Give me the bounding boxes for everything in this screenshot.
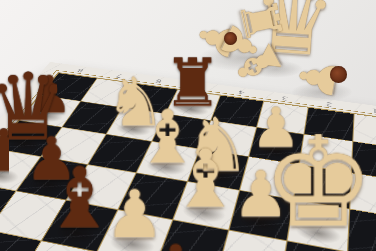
felt-base-2	[330, 66, 347, 83]
piece-black-pawn[interactable]: ♟	[143, 236, 209, 251]
piece-white-king[interactable]: ♚	[263, 120, 375, 245]
table-surface: 87654321 hgfedcba ♜♟♞♟♛♝♞♟♟♝♟♚♝♟♟ ♛♜♟♟♝♟	[0, 0, 376, 251]
piece-white-bishop[interactable]: ♝	[170, 139, 242, 219]
offboard-piece-standing-queen[interactable]: ♛	[249, 0, 338, 71]
queen-shadow	[248, 60, 304, 78]
felt-base-1	[224, 32, 237, 45]
chess-board[interactable]: 87654321 hgfedcba ♜♟♞♟♛♝♞♟♟♝♟♚♝♟♟	[0, 62, 376, 251]
offboard-piece-fallen-rook[interactable]: ♜	[231, 0, 289, 48]
